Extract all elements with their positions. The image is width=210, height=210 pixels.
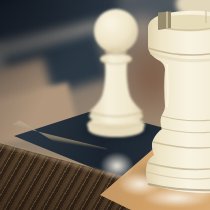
white-rook xyxy=(138,0,210,200)
chessboard-photo xyxy=(0,0,210,210)
